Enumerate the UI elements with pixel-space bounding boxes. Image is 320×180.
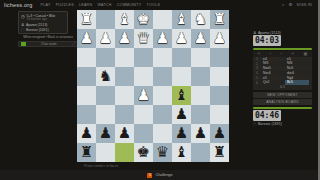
board-square[interactable]: ♞ — [191, 10, 210, 29]
board-square[interactable] — [191, 67, 210, 86]
board-square[interactable]: ♟ — [153, 29, 172, 48]
bottom-time-bar — [253, 107, 312, 109]
board-square[interactable] — [96, 48, 115, 67]
board-square[interactable]: ♟ — [210, 29, 229, 48]
white-player-icon: ♙ — [21, 23, 24, 27]
board-square[interactable]: ♚ — [134, 10, 153, 29]
nav-item-puzzles[interactable]: PUZZLES — [56, 3, 74, 7]
chat-resize-icon[interactable]: ⤢ — [72, 42, 75, 46]
header-right: ⌕ ⚙ SIGN IN — [282, 2, 312, 7]
board-square[interactable] — [96, 10, 115, 29]
board-square[interactable]: ♝ — [172, 143, 191, 162]
move-number: 3 — [253, 66, 261, 70]
white-pawn-piece[interactable]: ♟ — [118, 29, 131, 47]
move-list: 1e4e52Nf3Nf63Nxe5Nc64Nxc6dxc65e5Ng46Qe2B… — [253, 57, 312, 86]
board-square[interactable] — [191, 48, 210, 67]
board-square[interactable]: ♜ — [210, 10, 229, 29]
nav-item-watch[interactable]: WATCH — [97, 3, 111, 7]
white-pawn-piece[interactable]: ♟ — [175, 29, 188, 47]
black-knight-piece[interactable]: ♞ — [99, 67, 112, 85]
board-square[interactable]: ♝ — [172, 10, 191, 29]
white-pawn-piece[interactable]: ♟ — [156, 29, 169, 47]
board-square[interactable] — [210, 48, 229, 67]
board-square[interactable]: ♟ — [172, 105, 191, 124]
board-square[interactable] — [153, 67, 172, 86]
notification-badge: 1 — [147, 173, 152, 178]
board-square[interactable]: ♛ — [134, 29, 153, 48]
white-pawn-piece[interactable]: ♟ — [194, 29, 207, 47]
black-pawn-piece[interactable]: ♟ — [80, 124, 93, 142]
notification-bar[interactable]: 1 Challenge — [0, 170, 320, 180]
board-square[interactable] — [153, 48, 172, 67]
time-control-icon: ◷ — [21, 14, 25, 22]
top-time-bar — [253, 48, 312, 50]
bottom-player-color-icon: ♟ — [253, 122, 256, 126]
board-square[interactable]: ♟ — [77, 29, 96, 48]
board-square[interactable] — [191, 105, 210, 124]
board-square[interactable] — [210, 86, 229, 105]
board-square[interactable]: ♟ — [77, 124, 96, 143]
white-king-piece[interactable]: ♚ — [137, 10, 150, 28]
bottom-player-name[interactable]: Barosor (1691) — [258, 122, 282, 126]
board-square[interactable]: ♟ — [96, 29, 115, 48]
white-player-name[interactable]: Apamo (1513) — [26, 23, 48, 27]
board-square[interactable] — [77, 67, 96, 86]
bottom-player-clock: 04:46 — [253, 110, 281, 121]
board-square[interactable] — [77, 86, 96, 105]
move-number: 1 — [253, 57, 261, 61]
black-pawn-piece[interactable]: ♟ — [118, 124, 131, 142]
white-pawn-piece[interactable]: ♟ — [213, 29, 226, 47]
white-pawn-piece[interactable]: ♟ — [80, 29, 93, 47]
lichess-game-page: lichess.org PLAYPUZZLESLEARNWATCHCOMMUNI… — [0, 0, 320, 180]
white-bishop-piece[interactable]: ♝ — [175, 10, 188, 28]
board-square[interactable] — [153, 10, 172, 29]
board-square[interactable]: ♟ — [210, 124, 229, 143]
board-square[interactable]: ♟ — [115, 29, 134, 48]
white-rook-piece[interactable]: ♜ — [80, 10, 93, 28]
move-number: 5 — [253, 76, 261, 80]
board-square[interactable] — [153, 105, 172, 124]
board-square[interactable] — [134, 48, 153, 67]
board-square[interactable]: ♟ — [115, 124, 134, 143]
board-square[interactable]: ♟ — [96, 124, 115, 143]
black-pawn-piece[interactable]: ♟ — [213, 124, 226, 142]
gear-icon[interactable]: ⚙ — [288, 2, 292, 7]
black-pawn-piece[interactable]: ♟ — [175, 105, 188, 123]
board-square[interactable]: ♜ — [77, 143, 96, 162]
game-info-box: ◷ 5+3 • Casual • Blitz 13 minutes ago ♙ … — [18, 11, 68, 34]
black-king-piece[interactable]: ♚ — [137, 143, 150, 161]
black-rook-piece[interactable]: ♜ — [80, 143, 93, 161]
board-square[interactable]: ♟ — [172, 124, 191, 143]
nav-item-community[interactable]: COMMUNITY — [117, 3, 142, 7]
main-nav: PLAYPUZZLESLEARNWATCHCOMMUNITYTOOLS — [41, 3, 161, 7]
move-list-box: «‹›»▦ 1e4e52Nf3Nf63Nxe5Nc64Nxc6dxc65e5Ng… — [253, 51, 312, 90]
board-square[interactable] — [115, 48, 134, 67]
board-menu-icon[interactable]: ▦ — [303, 51, 307, 56]
game-side-panel: ♙ Apamo (1513) 04:03 «‹›»▦ 1e4e52Nf3Nf63… — [253, 30, 312, 126]
board-square[interactable]: ♟ — [191, 29, 210, 48]
board-square[interactable] — [77, 48, 96, 67]
board-square[interactable]: ♜ — [210, 143, 229, 162]
analysis-board-button[interactable]: ANALYSIS BOARD — [253, 99, 312, 105]
chat-room-header: Chat room ⤢ — [18, 41, 78, 47]
board-square[interactable] — [153, 124, 172, 143]
black-pawn-piece[interactable]: ♟ — [175, 124, 188, 142]
board-square[interactable] — [191, 143, 210, 162]
top-player-clock: 04:03 — [253, 35, 281, 46]
chat-toggle[interactable] — [21, 42, 26, 46]
board-square[interactable]: ♜ — [77, 10, 96, 29]
board-square[interactable] — [96, 86, 115, 105]
nav-item-play[interactable]: PLAY — [41, 3, 51, 7]
black-bishop-piece[interactable]: ♝ — [175, 86, 188, 104]
prev-move-icon[interactable]: ‹ — [270, 51, 271, 56]
white-pawn-piece[interactable]: ♟ — [137, 86, 150, 104]
nav-item-learn[interactable]: LEARN — [79, 3, 92, 7]
board-square[interactable] — [210, 67, 229, 86]
keyboard-move-input[interactable]: Press <enter> to focus — [84, 164, 224, 168]
board-square[interactable]: ♞ — [96, 67, 115, 86]
nav-item-tools[interactable]: TOOLS — [147, 3, 161, 7]
black-player-name[interactable]: Barosor (1691) — [26, 28, 49, 32]
black-bishop-piece[interactable]: ♝ — [175, 143, 188, 161]
board-square[interactable] — [115, 86, 134, 105]
move-6-b[interactable]: Bc5 — [285, 80, 309, 85]
chess-board[interactable]: ♜♝♚♝♞♜♟♟♟♛♟♟♟♟♞♟♝♟♟♟♟♟♟♟♜♚♛♝♜ — [77, 10, 229, 162]
board-square[interactable]: ♛ — [153, 143, 172, 162]
board-square[interactable]: ♚ — [134, 143, 153, 162]
last-move-icon[interactable]: » — [292, 51, 294, 56]
game-age-label: 13 minutes ago — [26, 18, 55, 22]
notification-label: Challenge — [155, 173, 172, 177]
white-queen-piece[interactable]: ♛ — [137, 29, 150, 47]
board-square[interactable] — [77, 105, 96, 124]
next-move-icon[interactable]: › — [281, 51, 282, 56]
bottom-player-row: ♟ Barosor (1691) — [253, 121, 312, 126]
chat-room-label: Chat room — [29, 42, 70, 46]
move-list-result: 0-1 — [253, 85, 312, 90]
black-rook-piece[interactable]: ♜ — [213, 143, 226, 161]
black-pawn-piece[interactable]: ♟ — [99, 124, 112, 142]
board-square[interactable] — [96, 143, 115, 162]
black-queen-piece[interactable]: ♛ — [156, 143, 169, 161]
top-player-color-icon: ♙ — [253, 31, 256, 35]
white-knight-piece[interactable]: ♞ — [194, 10, 207, 28]
board-square[interactable]: ♟ — [191, 124, 210, 143]
white-pawn-piece[interactable]: ♟ — [99, 29, 112, 47]
new-opponent-button[interactable]: NEW OPPONENT — [253, 92, 312, 98]
board-square[interactable]: ♝ — [172, 86, 191, 105]
first-move-icon[interactable]: « — [258, 51, 260, 56]
board-square[interactable]: ♝ — [115, 10, 134, 29]
board-square[interactable] — [210, 105, 229, 124]
top-player-name[interactable]: Apamo (1513) — [258, 31, 281, 35]
move-number: 6 — [253, 81, 261, 85]
white-bishop-piece[interactable]: ♝ — [118, 10, 131, 28]
move-number: 2 — [253, 62, 261, 66]
board-square[interactable] — [191, 86, 210, 105]
board-square[interactable] — [134, 105, 153, 124]
board-square[interactable] — [153, 86, 172, 105]
sign-in-link[interactable]: SIGN IN — [297, 3, 312, 7]
top-nav-bar: lichess.org PLAYPUZZLESLEARNWATCHCOMMUNI… — [0, 0, 320, 10]
search-icon[interactable]: ⌕ — [282, 2, 285, 7]
board-square[interactable]: ♟ — [134, 86, 153, 105]
board-square[interactable] — [115, 143, 134, 162]
black-pawn-piece[interactable]: ♟ — [194, 124, 207, 142]
black-player-icon: ♟ — [21, 28, 24, 32]
board-square[interactable] — [115, 105, 134, 124]
board-square[interactable] — [172, 67, 191, 86]
move-number: 4 — [253, 71, 261, 75]
board-square[interactable] — [96, 105, 115, 124]
white-rook-piece[interactable]: ♜ — [213, 10, 226, 28]
board-square[interactable]: ♟ — [172, 29, 191, 48]
board-square[interactable] — [134, 67, 153, 86]
lichess-logo[interactable]: lichess.org — [4, 2, 33, 8]
board-square[interactable] — [172, 48, 191, 67]
board-square[interactable] — [115, 67, 134, 86]
board-square[interactable] — [134, 124, 153, 143]
